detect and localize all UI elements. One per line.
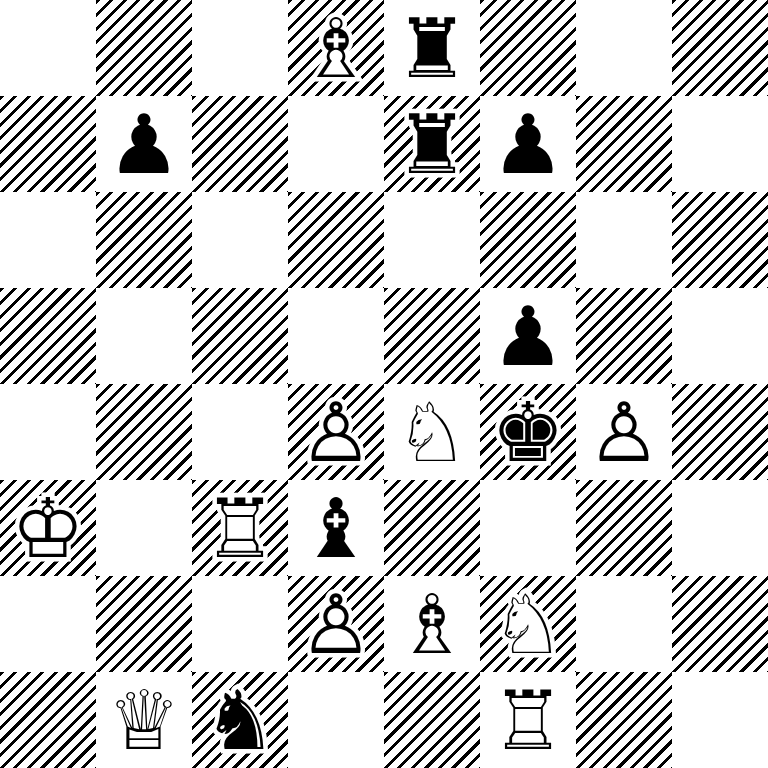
piece-black-knight-c1[interactable]: ♞♞: [192, 672, 288, 768]
square-e2[interactable]: ♝♗: [384, 576, 480, 672]
square-f7[interactable]: ♟♟: [480, 96, 576, 192]
square-c2[interactable]: [192, 576, 288, 672]
piece-white-bishop-e2[interactable]: ♝♗: [384, 576, 480, 672]
square-e7[interactable]: ♜♜: [384, 96, 480, 192]
square-b2[interactable]: [96, 576, 192, 672]
square-h7[interactable]: [672, 96, 768, 192]
square-b3[interactable]: [96, 480, 192, 576]
square-f1[interactable]: ♜♖: [480, 672, 576, 768]
square-f6[interactable]: [480, 192, 576, 288]
square-a6[interactable]: [0, 192, 96, 288]
square-e6[interactable]: [384, 192, 480, 288]
square-h6[interactable]: [672, 192, 768, 288]
square-d2[interactable]: ♟♙: [288, 576, 384, 672]
piece-black-pawn-f5[interactable]: ♟♟: [480, 288, 576, 384]
white-bishop-icon: ♗: [384, 576, 480, 672]
piece-black-king-f4[interactable]: ♚♚: [480, 384, 576, 480]
square-h3[interactable]: [672, 480, 768, 576]
black-king-icon: ♚: [480, 384, 576, 480]
white-pawn-icon: ♙: [288, 576, 384, 672]
square-c8[interactable]: [192, 0, 288, 96]
square-g8[interactable]: [576, 0, 672, 96]
piece-black-bishop-d3[interactable]: ♝♝: [288, 480, 384, 576]
black-pawn-icon: ♟: [480, 288, 576, 384]
square-h5[interactable]: [672, 288, 768, 384]
square-c4[interactable]: [192, 384, 288, 480]
piece-white-rook-c3[interactable]: ♜♖: [192, 480, 288, 576]
square-a8[interactable]: [0, 0, 96, 96]
white-knight-icon: ♘: [384, 384, 480, 480]
square-a5[interactable]: [0, 288, 96, 384]
piece-white-queen-b1[interactable]: ♛♕: [96, 672, 192, 768]
white-queen-icon: ♕: [96, 672, 192, 768]
square-c1[interactable]: ♞♞: [192, 672, 288, 768]
square-d4[interactable]: ♟♙: [288, 384, 384, 480]
square-d3[interactable]: ♝♝: [288, 480, 384, 576]
white-knight-icon: ♘: [480, 576, 576, 672]
black-bishop-icon: ♝: [288, 480, 384, 576]
square-e3[interactable]: [384, 480, 480, 576]
square-d7[interactable]: [288, 96, 384, 192]
square-h4[interactable]: [672, 384, 768, 480]
piece-white-pawn-d2[interactable]: ♟♙: [288, 576, 384, 672]
black-rook-icon: ♜: [384, 96, 480, 192]
square-a3[interactable]: ♚♔: [0, 480, 96, 576]
white-pawn-icon: ♙: [288, 384, 384, 480]
square-a1[interactable]: [0, 672, 96, 768]
square-g6[interactable]: [576, 192, 672, 288]
square-b1[interactable]: ♛♕: [96, 672, 192, 768]
square-e8[interactable]: ♜♜: [384, 0, 480, 96]
black-pawn-icon: ♟: [480, 96, 576, 192]
square-d8[interactable]: ♝♗: [288, 0, 384, 96]
piece-black-pawn-b7[interactable]: ♟♟: [96, 96, 192, 192]
white-king-icon: ♔: [0, 480, 96, 576]
square-d1[interactable]: [288, 672, 384, 768]
square-h2[interactable]: [672, 576, 768, 672]
white-pawn-icon: ♙: [576, 384, 672, 480]
square-c5[interactable]: [192, 288, 288, 384]
black-rook-icon: ♜: [384, 0, 480, 96]
white-bishop-icon: ♗: [288, 0, 384, 96]
square-h8[interactable]: [672, 0, 768, 96]
piece-white-knight-f2[interactable]: ♞♘: [480, 576, 576, 672]
chessboard-wrapper: ♝♗♜♜♟♟♜♜♟♟♟♟♟♙♞♘♚♚♟♙♚♔♜♖♝♝♟♙♝♗♞♘♛♕♞♞♜♖: [0, 0, 768, 768]
square-d6[interactable]: [288, 192, 384, 288]
piece-white-knight-e4[interactable]: ♞♘: [384, 384, 480, 480]
square-a4[interactable]: [0, 384, 96, 480]
piece-white-pawn-d4[interactable]: ♟♙: [288, 384, 384, 480]
square-c3[interactable]: ♜♖: [192, 480, 288, 576]
chessboard: ♝♗♜♜♟♟♜♜♟♟♟♟♟♙♞♘♚♚♟♙♚♔♜♖♝♝♟♙♝♗♞♘♛♕♞♞♜♖: [0, 0, 768, 768]
piece-black-rook-e7[interactable]: ♜♜: [384, 96, 480, 192]
piece-black-rook-e8[interactable]: ♜♜: [384, 0, 480, 96]
square-f3[interactable]: [480, 480, 576, 576]
square-b5[interactable]: [96, 288, 192, 384]
black-pawn-icon: ♟: [96, 96, 192, 192]
square-g2[interactable]: [576, 576, 672, 672]
square-a2[interactable]: [0, 576, 96, 672]
square-f8[interactable]: [480, 0, 576, 96]
square-g5[interactable]: [576, 288, 672, 384]
square-f5[interactable]: ♟♟: [480, 288, 576, 384]
black-knight-icon: ♞: [192, 672, 288, 768]
square-b4[interactable]: [96, 384, 192, 480]
piece-black-pawn-f7[interactable]: ♟♟: [480, 96, 576, 192]
square-g7[interactable]: [576, 96, 672, 192]
square-g1[interactable]: [576, 672, 672, 768]
white-rook-icon: ♖: [192, 480, 288, 576]
square-h1[interactable]: [672, 672, 768, 768]
square-b7[interactable]: ♟♟: [96, 96, 192, 192]
white-rook-icon: ♖: [480, 672, 576, 768]
square-e4[interactable]: ♞♘: [384, 384, 480, 480]
piece-white-bishop-d8[interactable]: ♝♗: [288, 0, 384, 96]
square-e1[interactable]: [384, 672, 480, 768]
piece-white-king-a3[interactable]: ♚♔: [0, 480, 96, 576]
square-e5[interactable]: [384, 288, 480, 384]
square-d5[interactable]: [288, 288, 384, 384]
square-a7[interactable]: [0, 96, 96, 192]
square-b8[interactable]: [96, 0, 192, 96]
square-b6[interactable]: [96, 192, 192, 288]
square-f2[interactable]: ♞♘: [480, 576, 576, 672]
square-g4[interactable]: ♟♙: [576, 384, 672, 480]
square-c7[interactable]: [192, 96, 288, 192]
piece-white-pawn-g4[interactable]: ♟♙: [576, 384, 672, 480]
square-c6[interactable]: [192, 192, 288, 288]
square-f4[interactable]: ♚♚: [480, 384, 576, 480]
piece-white-rook-f1[interactable]: ♜♖: [480, 672, 576, 768]
square-g3[interactable]: [576, 480, 672, 576]
